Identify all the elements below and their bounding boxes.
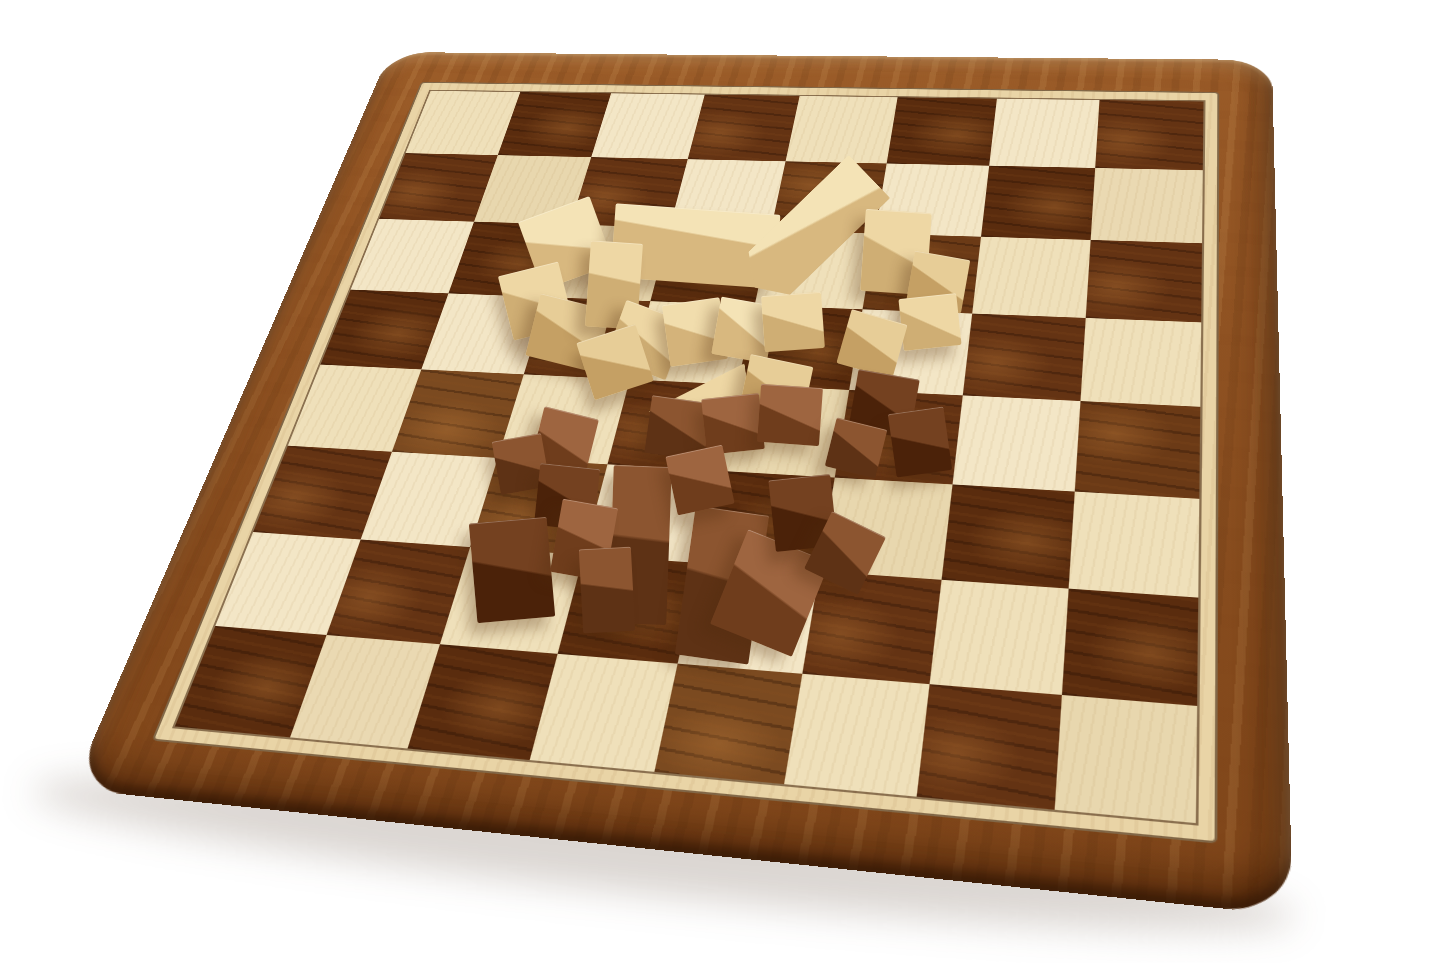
dark-block-2 bbox=[701, 393, 765, 455]
light-block-9 bbox=[761, 292, 825, 352]
dark-block-3 bbox=[757, 384, 823, 446]
dark-block-15 bbox=[469, 517, 555, 623]
dark-block-5 bbox=[888, 406, 952, 477]
dark-block-17 bbox=[579, 547, 635, 634]
dark-block-18 bbox=[665, 445, 734, 516]
photo-stage bbox=[0, 0, 1445, 963]
light-block-14 bbox=[836, 309, 907, 379]
wood-blocks-pile bbox=[0, 0, 1445, 963]
light-block-13 bbox=[898, 293, 961, 351]
